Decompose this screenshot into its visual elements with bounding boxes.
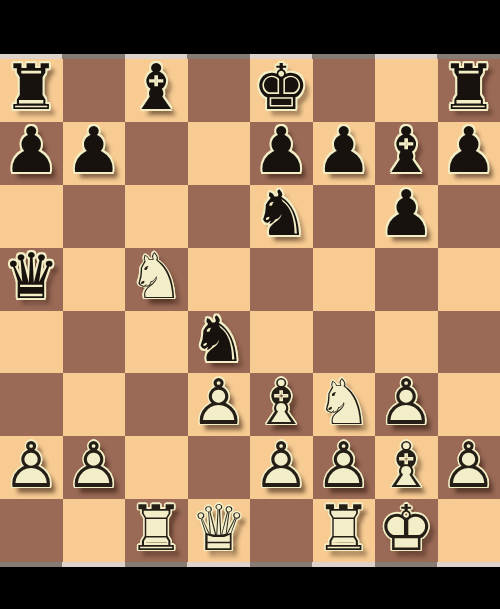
- square-g2[interactable]: ♝♗: [375, 436, 438, 499]
- square-a2[interactable]: ♟♙: [0, 436, 63, 499]
- piece-fill-glyph: ♞: [316, 371, 372, 434]
- piece-fill-glyph: ♝: [378, 434, 434, 497]
- black-pawn[interactable]: ♟: [438, 122, 500, 185]
- black-rook[interactable]: ♜: [438, 59, 500, 122]
- square-h3[interactable]: [438, 373, 500, 436]
- square-g3[interactable]: ♟♙: [375, 373, 438, 436]
- piece-outline-glyph: ♙: [191, 371, 247, 434]
- square-h7[interactable]: ♟: [438, 122, 500, 185]
- square-c8[interactable]: ♝: [125, 59, 188, 122]
- square-e5[interactable]: [250, 248, 313, 311]
- square-e1[interactable]: [250, 499, 313, 562]
- piece-fill-glyph: ♟: [253, 434, 309, 497]
- square-g6[interactable]: ♟: [375, 185, 438, 248]
- piece-outline-glyph: ♗: [253, 371, 309, 434]
- piece-outline-glyph: ♙: [378, 371, 434, 434]
- letterbox-bottom: [0, 567, 500, 609]
- black-pawn[interactable]: ♟: [250, 122, 313, 185]
- piece-fill-glyph: ♟: [378, 371, 434, 434]
- black-knight[interactable]: ♞: [250, 185, 313, 248]
- board-viewport: ♜♝♚♜♟♟♟♟♝♟♞♟♛♞♘♞♟♙♝♗♞♘♟♙♟♙♟♙♟♙♟♙♝♗♟♙♜♖♛♕…: [0, 0, 500, 609]
- letterbox-top: [0, 0, 500, 54]
- square-b6[interactable]: [63, 185, 126, 248]
- square-d7[interactable]: [188, 122, 251, 185]
- square-f7[interactable]: ♟: [313, 122, 376, 185]
- black-king[interactable]: ♚: [250, 59, 313, 122]
- piece-outline-glyph: ♙: [3, 434, 59, 497]
- white-bishop[interactable]: ♝♗: [375, 436, 438, 499]
- square-f5[interactable]: [313, 248, 376, 311]
- piece-fill-glyph: ♟: [66, 119, 122, 182]
- black-pawn[interactable]: ♟: [0, 122, 63, 185]
- white-king[interactable]: ♚♔: [375, 499, 438, 562]
- square-b5[interactable]: [63, 248, 126, 311]
- square-c3[interactable]: [125, 373, 188, 436]
- piece-outline-glyph: ♘: [316, 371, 372, 434]
- piece-outline-glyph: ♖: [128, 497, 184, 560]
- piece-fill-glyph: ♟: [316, 119, 372, 182]
- square-h5[interactable]: [438, 248, 500, 311]
- white-rook[interactable]: ♜♖: [125, 499, 188, 562]
- piece-fill-glyph: ♟: [441, 119, 497, 182]
- square-g8[interactable]: [375, 59, 438, 122]
- square-f1[interactable]: ♜♖: [313, 499, 376, 562]
- white-pawn[interactable]: ♟♙: [313, 436, 376, 499]
- square-f8[interactable]: [313, 59, 376, 122]
- black-pawn[interactable]: ♟: [313, 122, 376, 185]
- piece-fill-glyph: ♟: [441, 434, 497, 497]
- piece-outline-glyph: ♙: [441, 434, 497, 497]
- piece-fill-glyph: ♜: [441, 56, 497, 119]
- square-e2[interactable]: ♟♙: [250, 436, 313, 499]
- piece-fill-glyph: ♚: [253, 56, 309, 119]
- white-pawn[interactable]: ♟♙: [188, 373, 251, 436]
- square-g1[interactable]: ♚♔: [375, 499, 438, 562]
- piece-fill-glyph: ♟: [3, 119, 59, 182]
- square-g5[interactable]: [375, 248, 438, 311]
- piece-outline-glyph: ♙: [66, 434, 122, 497]
- square-c2[interactable]: [125, 436, 188, 499]
- white-pawn[interactable]: ♟♙: [0, 436, 63, 499]
- square-h4[interactable]: [438, 311, 500, 374]
- piece-fill-glyph: ♞: [191, 308, 247, 371]
- square-a5[interactable]: ♛: [0, 248, 63, 311]
- piece-fill-glyph: ♛: [191, 497, 247, 560]
- square-a1[interactable]: [0, 499, 63, 562]
- piece-fill-glyph: ♜: [316, 497, 372, 560]
- square-c7[interactable]: [125, 122, 188, 185]
- square-a3[interactable]: [0, 373, 63, 436]
- black-pawn[interactable]: ♟: [63, 122, 126, 185]
- square-f2[interactable]: ♟♙: [313, 436, 376, 499]
- white-pawn[interactable]: ♟♙: [438, 436, 500, 499]
- piece-fill-glyph: ♟: [378, 182, 434, 245]
- black-queen[interactable]: ♛: [0, 248, 63, 311]
- square-h2[interactable]: ♟♙: [438, 436, 500, 499]
- square-e3[interactable]: ♝♗: [250, 373, 313, 436]
- square-e8[interactable]: ♚: [250, 59, 313, 122]
- square-b7[interactable]: ♟: [63, 122, 126, 185]
- square-f4[interactable]: [313, 311, 376, 374]
- piece-fill-glyph: ♝: [128, 56, 184, 119]
- piece-outline-glyph: ♗: [378, 434, 434, 497]
- square-a4[interactable]: [0, 311, 63, 374]
- square-c4[interactable]: [125, 311, 188, 374]
- square-e4[interactable]: [250, 311, 313, 374]
- piece-outline-glyph: ♙: [253, 434, 309, 497]
- black-pawn[interactable]: ♟: [375, 185, 438, 248]
- piece-outline-glyph: ♙: [316, 434, 372, 497]
- piece-outline-glyph: ♕: [191, 497, 247, 560]
- square-h6[interactable]: [438, 185, 500, 248]
- black-bishop[interactable]: ♝: [375, 122, 438, 185]
- piece-fill-glyph: ♟: [66, 434, 122, 497]
- square-d2[interactable]: [188, 436, 251, 499]
- white-pawn[interactable]: ♟♙: [250, 436, 313, 499]
- square-d5[interactable]: [188, 248, 251, 311]
- square-b3[interactable]: [63, 373, 126, 436]
- piece-fill-glyph: ♝: [253, 371, 309, 434]
- piece-fill-glyph: ♚: [378, 497, 434, 560]
- black-bishop[interactable]: ♝: [125, 59, 188, 122]
- white-pawn[interactable]: ♟♙: [63, 436, 126, 499]
- piece-fill-glyph: ♟: [191, 371, 247, 434]
- white-queen[interactable]: ♛♕: [188, 499, 251, 562]
- piece-fill-glyph: ♟: [253, 119, 309, 182]
- square-c1[interactable]: ♜♖: [125, 499, 188, 562]
- piece-fill-glyph: ♞: [253, 182, 309, 245]
- square-g4[interactable]: [375, 311, 438, 374]
- square-e6[interactable]: ♞: [250, 185, 313, 248]
- black-knight[interactable]: ♞: [188, 311, 251, 374]
- black-rook[interactable]: ♜: [0, 59, 63, 122]
- white-rook[interactable]: ♜♖: [313, 499, 376, 562]
- square-d1[interactable]: ♛♕: [188, 499, 251, 562]
- chess-board: ♜♝♚♜♟♟♟♟♝♟♞♟♛♞♘♞♟♙♝♗♞♘♟♙♟♙♟♙♟♙♟♙♝♗♟♙♜♖♛♕…: [0, 59, 500, 562]
- square-b1[interactable]: [63, 499, 126, 562]
- piece-outline-glyph: ♖: [316, 497, 372, 560]
- white-bishop[interactable]: ♝♗: [250, 373, 313, 436]
- square-c6[interactable]: [125, 185, 188, 248]
- white-knight[interactable]: ♞♘: [313, 373, 376, 436]
- white-pawn[interactable]: ♟♙: [375, 373, 438, 436]
- square-h1[interactable]: [438, 499, 500, 562]
- square-h8[interactable]: ♜: [438, 59, 500, 122]
- square-a7[interactable]: ♟: [0, 122, 63, 185]
- piece-fill-glyph: ♟: [316, 434, 372, 497]
- square-d4[interactable]: ♞: [188, 311, 251, 374]
- square-a8[interactable]: ♜: [0, 59, 63, 122]
- square-b4[interactable]: [63, 311, 126, 374]
- piece-fill-glyph: ♜: [128, 497, 184, 560]
- square-d6[interactable]: [188, 185, 251, 248]
- piece-fill-glyph: ♝: [378, 119, 434, 182]
- square-f3[interactable]: ♞♘: [313, 373, 376, 436]
- square-a6[interactable]: [0, 185, 63, 248]
- square-b8[interactable]: [63, 59, 126, 122]
- square-b2[interactable]: ♟♙: [63, 436, 126, 499]
- piece-fill-glyph: ♟: [3, 434, 59, 497]
- square-f6[interactable]: [313, 185, 376, 248]
- square-g7[interactable]: ♝: [375, 122, 438, 185]
- square-d3[interactable]: ♟♙: [188, 373, 251, 436]
- square-c5[interactable]: ♞♘: [125, 248, 188, 311]
- white-knight[interactable]: ♞♘: [125, 248, 188, 311]
- square-e7[interactable]: ♟: [250, 122, 313, 185]
- piece-fill-glyph: ♜: [3, 56, 59, 119]
- square-d8[interactable]: [188, 59, 251, 122]
- piece-outline-glyph: ♔: [378, 497, 434, 560]
- piece-fill-glyph: ♛: [3, 245, 59, 308]
- piece-fill-glyph: ♞: [128, 245, 184, 308]
- piece-outline-glyph: ♘: [128, 245, 184, 308]
